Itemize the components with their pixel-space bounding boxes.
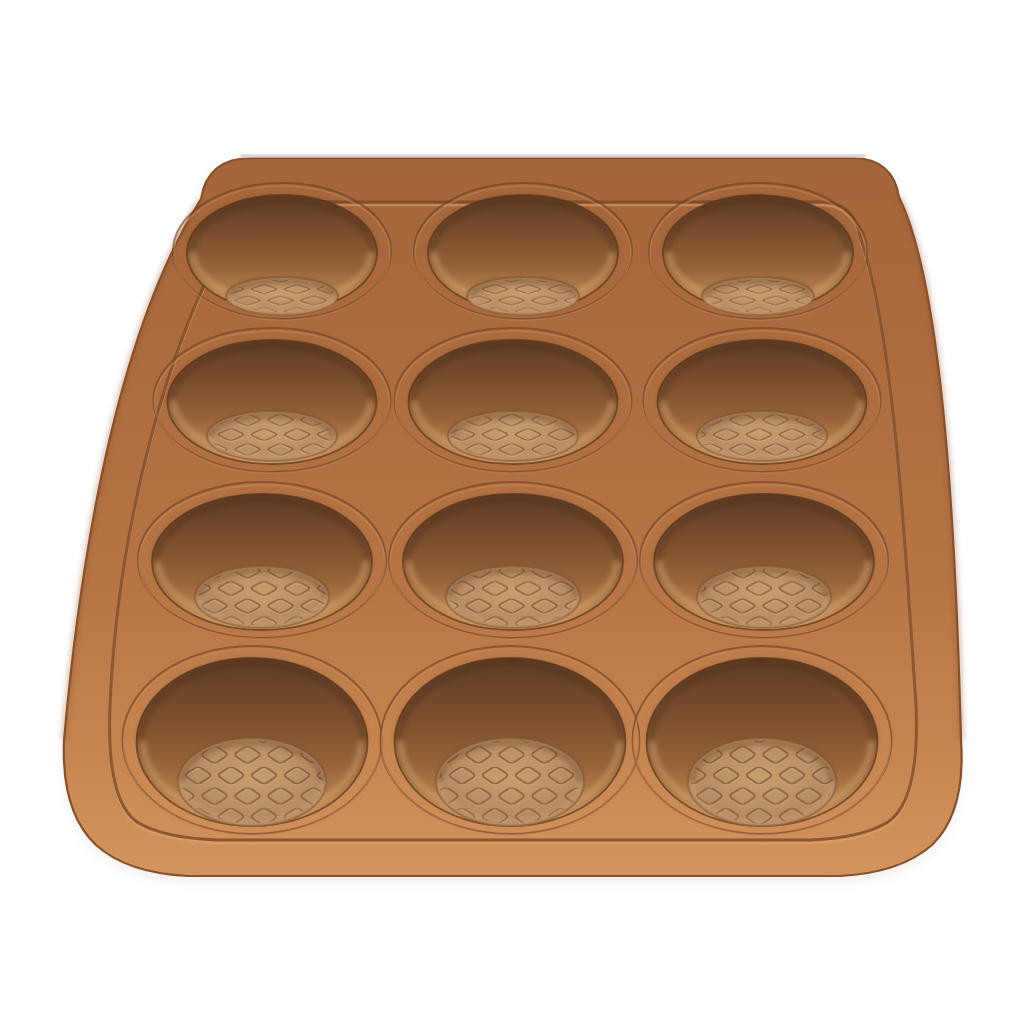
muffin-cup xyxy=(173,183,391,320)
muffin-cups xyxy=(123,183,892,835)
product-photo-canvas xyxy=(0,0,1024,1024)
muffin-cup xyxy=(414,183,632,320)
muffin-pan-image xyxy=(0,0,1024,1024)
muffin-cup xyxy=(649,183,867,320)
